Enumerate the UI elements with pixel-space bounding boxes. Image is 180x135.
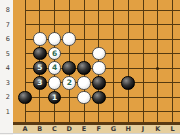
column-label-L: L (170, 125, 174, 133)
black-stone-H3[interactable] (121, 76, 135, 90)
white-stone-C3[interactable] (48, 76, 62, 90)
white-stone-C4[interactable]: 4 (48, 61, 62, 75)
row-label-7: 7 (0, 21, 10, 29)
move-number-label: 6 (52, 50, 57, 58)
black-stone-B5[interactable] (33, 47, 47, 61)
column-label-B: B (37, 125, 42, 133)
black-stone-C2[interactable]: 1 (48, 91, 62, 105)
go-board-screenshot: 531642 ABCDEFGHJKL 87654321 (0, 0, 180, 135)
column-label-H: H (126, 125, 131, 133)
white-stone-C5[interactable]: 6 (48, 47, 62, 61)
black-stone-B4[interactable]: 5 (33, 61, 47, 75)
black-stone-D4[interactable] (62, 61, 76, 75)
move-number-label: 5 (37, 64, 42, 72)
screenshot-bottom-divider (0, 133, 180, 134)
black-stone-B3[interactable]: 3 (33, 76, 47, 90)
white-stone-D6[interactable] (62, 32, 76, 46)
white-stone-F4[interactable] (92, 61, 106, 75)
black-stone-F3[interactable] (92, 76, 106, 90)
white-stone-B6[interactable] (33, 32, 47, 46)
column-label-E: E (82, 125, 86, 133)
row-label-1: 1 (0, 108, 10, 116)
row-label-3: 3 (0, 79, 10, 87)
black-stone-E4[interactable] (77, 61, 91, 75)
column-label-F: F (97, 125, 101, 133)
row-label-5: 5 (0, 50, 10, 58)
white-stone-E3[interactable] (77, 76, 91, 90)
column-label-D: D (67, 125, 72, 133)
black-stone-A2[interactable] (18, 91, 32, 105)
column-coordinate-strip: ABCDEFGHJKL (13, 125, 180, 133)
white-stone-C6[interactable] (48, 32, 62, 46)
white-stone-F5[interactable] (92, 47, 106, 61)
row-label-6: 6 (0, 35, 10, 43)
move-number-label: 3 (37, 79, 42, 87)
row-label-8: 8 (0, 6, 10, 14)
column-label-A: A (22, 125, 27, 133)
row-label-4: 4 (0, 64, 10, 72)
column-label-J: J (142, 125, 144, 133)
go-board[interactable]: 531642 (13, 0, 180, 122)
move-number-label: 2 (67, 79, 72, 87)
move-number-label: 1 (52, 94, 57, 102)
black-stone-F2[interactable] (92, 91, 106, 105)
row-label-2: 2 (0, 93, 10, 101)
column-label-G: G (111, 125, 116, 133)
move-number-label: 4 (52, 64, 57, 72)
white-stone-E2[interactable] (77, 91, 91, 105)
stones-layer: 531642 (18, 3, 180, 120)
column-label-C: C (52, 125, 57, 133)
column-label-K: K (155, 125, 160, 133)
white-stone-D3[interactable]: 2 (62, 76, 76, 90)
